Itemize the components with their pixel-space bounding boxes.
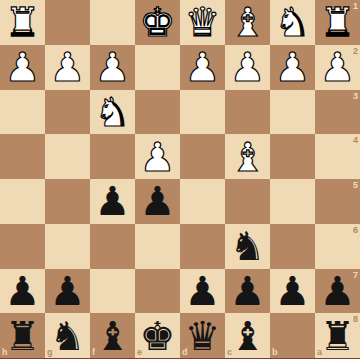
square-g4[interactable]: [45, 134, 90, 179]
chess-board: ♜♚♛♝♞♜1♟♟♟♟♟♟♟2♞3♟♝4♟♟5♞6♟♟♟♟♟♟7♜h♞g♝f♚e…: [0, 0, 360, 359]
square-a2[interactable]: ♟2: [315, 45, 360, 90]
square-c5[interactable]: [225, 179, 270, 224]
square-b2[interactable]: ♟: [270, 45, 315, 90]
square-a8[interactable]: ♜8a: [315, 313, 360, 358]
square-h2[interactable]: ♟: [0, 45, 45, 90]
white-bishop[interactable]: ♝: [230, 137, 266, 177]
square-b4[interactable]: [270, 134, 315, 179]
black-pawn[interactable]: ♟: [95, 181, 131, 221]
square-c6[interactable]: ♞: [225, 224, 270, 269]
black-pawn[interactable]: ♟: [185, 271, 221, 311]
square-b1[interactable]: ♞: [270, 0, 315, 45]
square-a3[interactable]: 3: [315, 90, 360, 135]
square-e5[interactable]: ♟: [135, 179, 180, 224]
square-h5[interactable]: [0, 179, 45, 224]
black-queen[interactable]: ♛: [185, 316, 221, 356]
square-b5[interactable]: [270, 179, 315, 224]
square-e7[interactable]: [135, 269, 180, 314]
square-g7[interactable]: ♟: [45, 269, 90, 314]
square-h6[interactable]: [0, 224, 45, 269]
square-h3[interactable]: [0, 90, 45, 135]
white-queen[interactable]: ♛: [185, 2, 221, 42]
square-c7[interactable]: ♟: [225, 269, 270, 314]
square-e6[interactable]: [135, 224, 180, 269]
square-c4[interactable]: ♝: [225, 134, 270, 179]
black-pawn[interactable]: ♟: [230, 271, 266, 311]
black-pawn[interactable]: ♟: [275, 271, 311, 311]
square-g3[interactable]: [45, 90, 90, 135]
square-c1[interactable]: ♝: [225, 0, 270, 45]
square-d2[interactable]: ♟: [180, 45, 225, 90]
black-knight[interactable]: ♞: [230, 226, 266, 266]
square-e4[interactable]: ♟: [135, 134, 180, 179]
square-a7[interactable]: ♟7: [315, 269, 360, 314]
square-e2[interactable]: [135, 45, 180, 90]
square-f8[interactable]: ♝f: [90, 313, 135, 358]
black-pawn[interactable]: ♟: [5, 271, 41, 311]
square-d3[interactable]: [180, 90, 225, 135]
square-b8[interactable]: b: [270, 313, 315, 358]
black-bishop[interactable]: ♝: [95, 316, 131, 356]
square-e8[interactable]: ♚e: [135, 313, 180, 358]
white-knight[interactable]: ♞: [275, 2, 311, 42]
square-d4[interactable]: [180, 134, 225, 179]
white-pawn[interactable]: ♟: [275, 47, 311, 87]
square-a6[interactable]: 6: [315, 224, 360, 269]
white-rook[interactable]: ♜: [5, 2, 41, 42]
square-f3[interactable]: ♞: [90, 90, 135, 135]
square-b6[interactable]: [270, 224, 315, 269]
square-h7[interactable]: ♟: [0, 269, 45, 314]
square-h8[interactable]: ♜h: [0, 313, 45, 358]
square-f4[interactable]: [90, 134, 135, 179]
square-f5[interactable]: ♟: [90, 179, 135, 224]
black-knight[interactable]: ♞: [50, 316, 86, 356]
square-h4[interactable]: [0, 134, 45, 179]
white-pawn[interactable]: ♟: [230, 47, 266, 87]
square-h1[interactable]: ♜: [0, 0, 45, 45]
rank-label-5: 5: [353, 181, 358, 190]
square-a5[interactable]: 5: [315, 179, 360, 224]
square-a4[interactable]: 4: [315, 134, 360, 179]
square-b3[interactable]: [270, 90, 315, 135]
white-pawn[interactable]: ♟: [5, 47, 41, 87]
square-c3[interactable]: [225, 90, 270, 135]
black-king[interactable]: ♚: [140, 316, 176, 356]
square-g8[interactable]: ♞g: [45, 313, 90, 358]
square-f1[interactable]: [90, 0, 135, 45]
square-e1[interactable]: ♚: [135, 0, 180, 45]
black-pawn[interactable]: ♟: [140, 181, 176, 221]
white-pawn[interactable]: ♟: [185, 47, 221, 87]
square-f6[interactable]: [90, 224, 135, 269]
black-bishop[interactable]: ♝: [230, 316, 266, 356]
square-g2[interactable]: ♟: [45, 45, 90, 90]
white-pawn[interactable]: ♟: [95, 47, 131, 87]
square-g1[interactable]: [45, 0, 90, 45]
square-d6[interactable]: [180, 224, 225, 269]
square-d7[interactable]: ♟: [180, 269, 225, 314]
file-label-b: b: [272, 348, 278, 357]
square-e3[interactable]: [135, 90, 180, 135]
rank-label-6: 6: [353, 226, 358, 235]
white-pawn[interactable]: ♟: [140, 137, 176, 177]
square-d5[interactable]: [180, 179, 225, 224]
rank-label-3: 3: [353, 92, 358, 101]
white-bishop[interactable]: ♝: [230, 2, 266, 42]
square-f2[interactable]: ♟: [90, 45, 135, 90]
black-rook[interactable]: ♜: [5, 316, 41, 356]
square-g6[interactable]: [45, 224, 90, 269]
black-pawn[interactable]: ♟: [320, 271, 356, 311]
black-pawn[interactable]: ♟: [50, 271, 86, 311]
square-d1[interactable]: ♛: [180, 0, 225, 45]
black-rook[interactable]: ♜: [320, 316, 356, 356]
white-pawn[interactable]: ♟: [50, 47, 86, 87]
square-f7[interactable]: [90, 269, 135, 314]
square-b7[interactable]: ♟: [270, 269, 315, 314]
square-c2[interactable]: ♟: [225, 45, 270, 90]
rank-label-4: 4: [353, 136, 358, 145]
white-king[interactable]: ♚: [140, 2, 176, 42]
white-pawn[interactable]: ♟: [320, 47, 356, 87]
white-knight[interactable]: ♞: [95, 92, 131, 132]
square-a1[interactable]: ♜1: [315, 0, 360, 45]
square-c8[interactable]: ♝c: [225, 313, 270, 358]
square-d8[interactable]: ♛d: [180, 313, 225, 358]
square-g5[interactable]: [45, 179, 90, 224]
white-rook[interactable]: ♜: [320, 2, 356, 42]
